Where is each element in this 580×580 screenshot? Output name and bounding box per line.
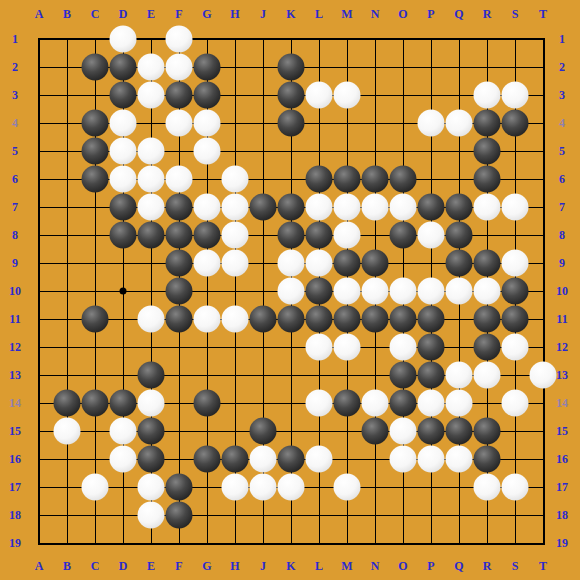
white-stone	[222, 306, 249, 333]
row-label-left-16: 16	[9, 452, 21, 467]
black-stone	[166, 222, 193, 249]
row-label-right-18: 18	[556, 508, 568, 523]
white-stone	[390, 334, 417, 361]
white-stone	[418, 390, 445, 417]
row-label-right-13: 13	[556, 368, 568, 383]
black-stone	[334, 390, 361, 417]
black-stone	[110, 390, 137, 417]
white-stone	[362, 278, 389, 305]
white-stone	[82, 474, 109, 501]
col-label-top-T: T	[539, 7, 547, 22]
white-stone	[306, 390, 333, 417]
col-label-top-C: C	[91, 7, 100, 22]
white-stone	[418, 278, 445, 305]
white-stone	[446, 278, 473, 305]
white-stone	[446, 446, 473, 473]
black-stone	[82, 390, 109, 417]
black-stone	[166, 474, 193, 501]
white-stone	[166, 54, 193, 81]
black-stone	[110, 82, 137, 109]
white-stone	[334, 222, 361, 249]
black-stone	[306, 278, 333, 305]
col-label-top-L: L	[315, 7, 323, 22]
black-stone	[390, 390, 417, 417]
white-stone	[474, 194, 501, 221]
white-stone	[138, 194, 165, 221]
row-label-left-15: 15	[9, 424, 21, 439]
white-stone	[166, 26, 193, 53]
white-stone	[306, 194, 333, 221]
black-stone	[502, 110, 529, 137]
black-stone	[278, 446, 305, 473]
black-stone	[474, 418, 501, 445]
white-stone	[362, 390, 389, 417]
col-label-bottom-C: C	[91, 559, 100, 574]
col-label-bottom-L: L	[315, 559, 323, 574]
black-stone	[446, 194, 473, 221]
black-stone	[194, 82, 221, 109]
black-stone	[82, 306, 109, 333]
col-label-bottom-K: K	[286, 559, 295, 574]
row-label-right-9: 9	[559, 256, 565, 271]
black-stone	[418, 306, 445, 333]
black-stone	[166, 502, 193, 529]
white-stone	[502, 250, 529, 277]
black-stone	[110, 222, 137, 249]
row-label-left-13: 13	[9, 368, 21, 383]
black-stone	[418, 194, 445, 221]
black-stone	[390, 362, 417, 389]
row-label-left-9: 9	[12, 256, 18, 271]
col-label-bottom-Q: Q	[454, 559, 463, 574]
col-label-top-S: S	[512, 7, 519, 22]
col-label-top-K: K	[286, 7, 295, 22]
row-label-left-5: 5	[12, 144, 18, 159]
black-stone	[362, 306, 389, 333]
col-label-bottom-F: F	[175, 559, 182, 574]
row-label-right-3: 3	[559, 88, 565, 103]
white-stone	[306, 446, 333, 473]
col-label-bottom-D: D	[119, 559, 128, 574]
black-stone	[194, 54, 221, 81]
white-stone	[222, 194, 249, 221]
black-stone	[306, 306, 333, 333]
row-label-right-16: 16	[556, 452, 568, 467]
black-stone	[418, 362, 445, 389]
row-label-left-19: 19	[9, 536, 21, 551]
white-stone	[138, 390, 165, 417]
white-stone	[278, 250, 305, 277]
black-stone	[334, 166, 361, 193]
white-stone	[306, 250, 333, 277]
black-stone	[390, 306, 417, 333]
black-stone	[278, 54, 305, 81]
white-stone	[362, 194, 389, 221]
black-stone	[446, 250, 473, 277]
white-stone	[446, 390, 473, 417]
col-label-bottom-E: E	[147, 559, 155, 574]
black-stone	[222, 446, 249, 473]
col-label-top-N: N	[371, 7, 380, 22]
white-stone	[502, 474, 529, 501]
white-stone	[110, 418, 137, 445]
black-stone	[474, 138, 501, 165]
row-label-left-12: 12	[9, 340, 21, 355]
col-label-top-R: R	[483, 7, 492, 22]
black-stone	[278, 194, 305, 221]
black-stone	[418, 418, 445, 445]
white-stone	[446, 110, 473, 137]
black-stone	[502, 278, 529, 305]
white-stone	[138, 166, 165, 193]
black-stone	[138, 362, 165, 389]
black-stone	[250, 194, 277, 221]
black-stone	[166, 306, 193, 333]
white-stone	[110, 446, 137, 473]
black-stone	[306, 222, 333, 249]
white-stone	[390, 446, 417, 473]
white-stone	[110, 110, 137, 137]
black-stone	[54, 390, 81, 417]
white-stone	[194, 250, 221, 277]
row-label-right-15: 15	[556, 424, 568, 439]
white-stone	[222, 166, 249, 193]
black-stone	[306, 166, 333, 193]
black-stone	[194, 446, 221, 473]
black-stone	[138, 418, 165, 445]
white-stone	[110, 166, 137, 193]
star-point	[120, 288, 127, 295]
black-stone	[278, 222, 305, 249]
col-label-top-G: G	[202, 7, 211, 22]
white-stone	[334, 194, 361, 221]
white-stone	[530, 362, 557, 389]
white-stone	[306, 82, 333, 109]
white-stone	[194, 194, 221, 221]
black-stone	[110, 194, 137, 221]
row-label-left-1: 1	[12, 32, 18, 47]
row-label-right-4: 4	[559, 116, 565, 131]
col-label-bottom-R: R	[483, 559, 492, 574]
col-label-bottom-J: J	[260, 559, 266, 574]
white-stone	[222, 222, 249, 249]
black-stone	[362, 250, 389, 277]
white-stone	[390, 418, 417, 445]
white-stone	[474, 82, 501, 109]
black-stone	[362, 166, 389, 193]
col-label-top-J: J	[260, 7, 266, 22]
col-label-top-D: D	[119, 7, 128, 22]
row-label-left-8: 8	[12, 228, 18, 243]
col-label-top-O: O	[398, 7, 407, 22]
white-stone	[474, 362, 501, 389]
black-stone	[110, 54, 137, 81]
white-stone	[474, 474, 501, 501]
black-stone	[334, 250, 361, 277]
white-stone	[334, 82, 361, 109]
row-label-right-10: 10	[556, 284, 568, 299]
white-stone	[138, 54, 165, 81]
row-label-left-2: 2	[12, 60, 18, 75]
black-stone	[82, 110, 109, 137]
col-label-top-B: B	[63, 7, 71, 22]
black-stone	[82, 138, 109, 165]
white-stone	[194, 138, 221, 165]
white-stone	[166, 166, 193, 193]
row-label-right-2: 2	[559, 60, 565, 75]
row-label-right-14: 14	[556, 396, 568, 411]
row-label-left-11: 11	[9, 312, 20, 327]
col-label-top-F: F	[175, 7, 182, 22]
black-stone	[166, 82, 193, 109]
col-label-top-A: A	[35, 7, 44, 22]
row-label-right-6: 6	[559, 172, 565, 187]
row-label-left-10: 10	[9, 284, 21, 299]
white-stone	[250, 446, 277, 473]
col-label-bottom-G: G	[202, 559, 211, 574]
row-label-left-14: 14	[9, 396, 21, 411]
row-label-right-5: 5	[559, 144, 565, 159]
col-label-top-M: M	[341, 7, 352, 22]
black-stone	[278, 82, 305, 109]
col-label-bottom-H: H	[230, 559, 239, 574]
white-stone	[138, 306, 165, 333]
black-stone	[474, 166, 501, 193]
white-stone	[418, 446, 445, 473]
col-label-bottom-O: O	[398, 559, 407, 574]
row-label-left-17: 17	[9, 480, 21, 495]
row-label-right-12: 12	[556, 340, 568, 355]
col-label-top-Q: Q	[454, 7, 463, 22]
row-label-right-17: 17	[556, 480, 568, 495]
white-stone	[418, 222, 445, 249]
row-label-left-3: 3	[12, 88, 18, 103]
white-stone	[110, 26, 137, 53]
black-stone	[278, 110, 305, 137]
col-label-bottom-S: S	[512, 559, 519, 574]
black-stone	[474, 306, 501, 333]
black-stone	[362, 418, 389, 445]
col-label-bottom-N: N	[371, 559, 380, 574]
black-stone	[474, 250, 501, 277]
black-stone	[138, 222, 165, 249]
col-label-top-H: H	[230, 7, 239, 22]
black-stone	[82, 54, 109, 81]
col-label-bottom-A: A	[35, 559, 44, 574]
black-stone	[278, 306, 305, 333]
black-stone	[474, 446, 501, 473]
col-label-bottom-B: B	[63, 559, 71, 574]
white-stone	[474, 278, 501, 305]
black-stone	[194, 390, 221, 417]
black-stone	[166, 194, 193, 221]
white-stone	[54, 418, 81, 445]
row-label-right-7: 7	[559, 200, 565, 215]
black-stone	[166, 278, 193, 305]
black-stone	[250, 306, 277, 333]
black-stone	[418, 334, 445, 361]
white-stone	[278, 278, 305, 305]
white-stone	[138, 138, 165, 165]
white-stone	[502, 390, 529, 417]
row-label-left-4: 4	[12, 116, 18, 131]
col-label-bottom-P: P	[427, 559, 434, 574]
white-stone	[138, 502, 165, 529]
row-label-left-6: 6	[12, 172, 18, 187]
white-stone	[194, 306, 221, 333]
black-stone	[138, 446, 165, 473]
white-stone	[502, 82, 529, 109]
black-stone	[82, 166, 109, 193]
black-stone	[390, 166, 417, 193]
black-stone	[502, 306, 529, 333]
white-stone	[390, 194, 417, 221]
col-label-top-P: P	[427, 7, 434, 22]
white-stone	[446, 362, 473, 389]
row-label-left-18: 18	[9, 508, 21, 523]
black-stone	[166, 250, 193, 277]
white-stone	[306, 334, 333, 361]
white-stone	[502, 194, 529, 221]
go-board[interactable]: ABCDEFGHJKLMNOPQRST ABCDEFGHJKLMNOPQRST …	[0, 0, 580, 580]
white-stone	[334, 278, 361, 305]
white-stone	[138, 82, 165, 109]
row-label-right-8: 8	[559, 228, 565, 243]
white-stone	[222, 474, 249, 501]
white-stone	[222, 250, 249, 277]
white-stone	[250, 474, 277, 501]
col-label-top-E: E	[147, 7, 155, 22]
black-stone	[250, 418, 277, 445]
black-stone	[194, 222, 221, 249]
white-stone	[278, 474, 305, 501]
white-stone	[418, 110, 445, 137]
row-label-right-1: 1	[559, 32, 565, 47]
black-stone	[334, 306, 361, 333]
black-stone	[390, 222, 417, 249]
col-label-bottom-T: T	[539, 559, 547, 574]
white-stone	[334, 334, 361, 361]
row-label-right-11: 11	[556, 312, 567, 327]
white-stone	[334, 474, 361, 501]
white-stone	[502, 334, 529, 361]
white-stone	[194, 110, 221, 137]
row-label-left-7: 7	[12, 200, 18, 215]
black-stone	[446, 418, 473, 445]
white-stone	[138, 474, 165, 501]
white-stone	[166, 110, 193, 137]
black-stone	[446, 222, 473, 249]
row-label-right-19: 19	[556, 536, 568, 551]
white-stone	[390, 278, 417, 305]
black-stone	[474, 334, 501, 361]
col-label-bottom-M: M	[341, 559, 352, 574]
white-stone	[110, 138, 137, 165]
black-stone	[474, 110, 501, 137]
